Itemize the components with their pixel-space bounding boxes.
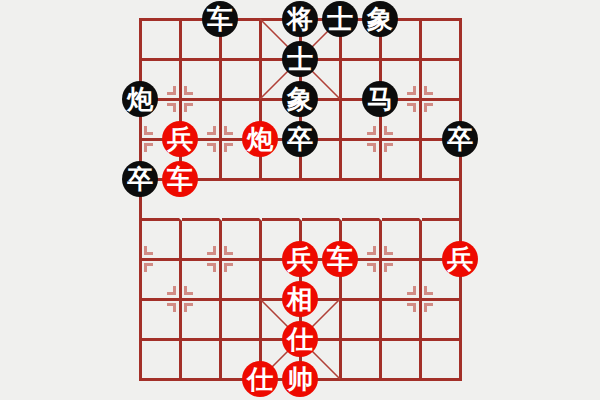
board-cell bbox=[342, 341, 382, 378]
piece-red-chariot[interactable]: 车 bbox=[322, 241, 358, 277]
star-point-marker bbox=[424, 103, 433, 112]
star-point-marker bbox=[207, 263, 216, 272]
star-point-marker bbox=[407, 86, 416, 95]
piece-black-soldier[interactable]: 卒 bbox=[442, 121, 478, 157]
board-cell bbox=[342, 301, 382, 341]
star-point-marker bbox=[424, 303, 433, 312]
star-point-marker bbox=[144, 246, 153, 255]
star-point-marker bbox=[384, 246, 393, 255]
star-point-marker bbox=[207, 126, 216, 135]
star-point-marker bbox=[224, 143, 233, 152]
piece-black-soldier[interactable]: 卒 bbox=[122, 161, 158, 197]
star-point-marker bbox=[184, 103, 193, 112]
piece-red-soldier[interactable]: 兵 bbox=[442, 241, 478, 277]
board-cell bbox=[262, 181, 302, 221]
star-point-marker bbox=[184, 286, 193, 295]
star-point-marker bbox=[167, 303, 176, 312]
piece-red-chariot[interactable]: 车 bbox=[162, 161, 198, 197]
piece-black-elephant[interactable]: 象 bbox=[362, 1, 398, 37]
piece-red-advisor[interactable]: 仕 bbox=[282, 321, 318, 357]
star-point-marker bbox=[144, 143, 153, 152]
piece-black-soldier[interactable]: 卒 bbox=[282, 121, 318, 157]
star-point-marker bbox=[407, 103, 416, 112]
piece-black-advisor[interactable]: 士 bbox=[282, 41, 318, 77]
star-point-marker bbox=[384, 263, 393, 272]
xiangqi-board: 车将士象士炮象马兵炮卒卒卒车兵车兵相仕仕帅 bbox=[0, 0, 600, 400]
star-point-marker bbox=[167, 86, 176, 95]
star-point-marker bbox=[407, 303, 416, 312]
board-cell bbox=[422, 341, 459, 378]
board-cell bbox=[382, 341, 422, 378]
star-point-marker bbox=[367, 143, 376, 152]
star-point-marker bbox=[167, 286, 176, 295]
star-point-marker bbox=[224, 126, 233, 135]
board-cell bbox=[222, 301, 262, 341]
star-point-marker bbox=[367, 246, 376, 255]
piece-red-soldier[interactable]: 兵 bbox=[162, 121, 198, 157]
star-point-marker bbox=[207, 246, 216, 255]
board-cell bbox=[422, 181, 459, 221]
board-cell bbox=[222, 181, 262, 221]
star-point-marker bbox=[207, 143, 216, 152]
piece-black-chariot[interactable]: 车 bbox=[202, 1, 238, 37]
piece-red-soldier[interactable]: 兵 bbox=[282, 241, 318, 277]
star-point-marker bbox=[384, 126, 393, 135]
star-point-marker bbox=[424, 86, 433, 95]
piece-red-advisor[interactable]: 仕 bbox=[242, 361, 278, 397]
board-cell bbox=[182, 341, 222, 378]
piece-black-general[interactable]: 将 bbox=[282, 1, 318, 37]
star-point-marker bbox=[144, 263, 153, 272]
piece-black-horse[interactable]: 马 bbox=[362, 81, 398, 117]
star-point-marker bbox=[407, 286, 416, 295]
star-point-marker bbox=[184, 303, 193, 312]
piece-red-elephant[interactable]: 相 bbox=[282, 281, 318, 317]
star-point-marker bbox=[224, 246, 233, 255]
board-cell bbox=[422, 21, 459, 61]
star-point-marker bbox=[367, 126, 376, 135]
board-cell bbox=[222, 61, 262, 101]
board-cell bbox=[342, 181, 382, 221]
piece-black-elephant[interactable]: 象 bbox=[282, 81, 318, 117]
board-cell bbox=[302, 181, 342, 221]
star-point-marker bbox=[384, 143, 393, 152]
board-cell bbox=[142, 341, 182, 378]
star-point-marker bbox=[167, 103, 176, 112]
piece-black-advisor[interactable]: 士 bbox=[322, 1, 358, 37]
star-point-marker bbox=[144, 126, 153, 135]
piece-red-general[interactable]: 帅 bbox=[282, 361, 318, 397]
piece-black-cannon[interactable]: 炮 bbox=[122, 81, 158, 117]
star-point-marker bbox=[224, 263, 233, 272]
piece-red-cannon[interactable]: 炮 bbox=[242, 121, 278, 157]
star-point-marker bbox=[184, 86, 193, 95]
star-point-marker bbox=[424, 286, 433, 295]
board-cell bbox=[142, 21, 182, 61]
star-point-marker bbox=[367, 263, 376, 272]
board-cell bbox=[382, 181, 422, 221]
